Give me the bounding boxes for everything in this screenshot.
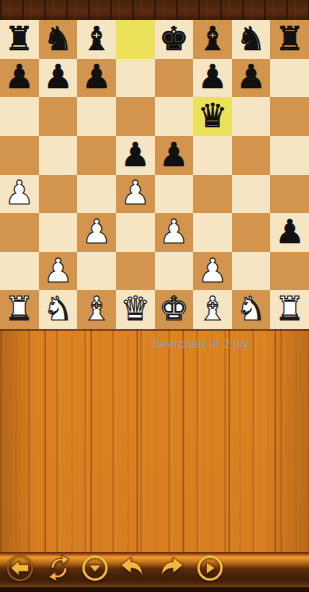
square-f5[interactable] bbox=[193, 136, 232, 175]
square-c6[interactable] bbox=[77, 97, 116, 136]
square-c3[interactable]: ♟ bbox=[77, 213, 116, 252]
square-e1[interactable]: ♚ bbox=[155, 290, 194, 329]
square-g6[interactable] bbox=[232, 97, 271, 136]
square-b5[interactable] bbox=[39, 136, 78, 175]
circle-down-arrow-icon bbox=[81, 554, 109, 582]
black-pawn: ♟ bbox=[82, 60, 112, 93]
square-e4[interactable] bbox=[155, 175, 194, 214]
square-d8[interactable] bbox=[116, 20, 155, 59]
square-c2[interactable] bbox=[77, 252, 116, 291]
square-g3[interactable] bbox=[232, 213, 271, 252]
chess-app-screen: ♜♞♝♚♝♞♜♟♟♟♟♟♛♟♟♟♟♟♟♟♟♟♜♞♝♛♚♝♞♜ Searched … bbox=[0, 0, 309, 592]
square-a7[interactable]: ♟ bbox=[0, 59, 39, 98]
square-g2[interactable] bbox=[232, 252, 271, 291]
black-pawn: ♟ bbox=[159, 138, 189, 171]
square-g4[interactable] bbox=[232, 175, 271, 214]
square-d6[interactable] bbox=[116, 97, 155, 136]
square-g5[interactable] bbox=[232, 136, 271, 175]
square-e7[interactable] bbox=[155, 59, 194, 98]
square-a4[interactable]: ♟ bbox=[0, 175, 39, 214]
square-a2[interactable] bbox=[0, 252, 39, 291]
square-b4[interactable] bbox=[39, 175, 78, 214]
black-pawn: ♟ bbox=[120, 138, 150, 171]
black-bishop: ♝ bbox=[198, 22, 228, 55]
square-g1[interactable]: ♞ bbox=[232, 290, 271, 329]
square-h7[interactable] bbox=[270, 59, 309, 98]
white-king: ♚ bbox=[159, 292, 189, 325]
white-pawn: ♟ bbox=[43, 254, 73, 287]
square-b8[interactable]: ♞ bbox=[39, 20, 78, 59]
white-bishop: ♝ bbox=[198, 292, 228, 325]
square-e3[interactable]: ♟ bbox=[155, 213, 194, 252]
square-b2[interactable]: ♟ bbox=[39, 252, 78, 291]
square-f8[interactable]: ♝ bbox=[193, 20, 232, 59]
square-b1[interactable]: ♞ bbox=[39, 290, 78, 329]
square-f1[interactable]: ♝ bbox=[193, 290, 232, 329]
square-d1[interactable]: ♛ bbox=[116, 290, 155, 329]
play-button[interactable] bbox=[196, 554, 224, 582]
square-b3[interactable] bbox=[39, 213, 78, 252]
undo-arrow-icon bbox=[118, 554, 146, 582]
square-h4[interactable] bbox=[270, 175, 309, 214]
square-h1[interactable]: ♜ bbox=[270, 290, 309, 329]
square-h8[interactable]: ♜ bbox=[270, 20, 309, 59]
square-a5[interactable] bbox=[0, 136, 39, 175]
square-a1[interactable]: ♜ bbox=[0, 290, 39, 329]
square-h2[interactable] bbox=[270, 252, 309, 291]
square-f7[interactable]: ♟ bbox=[193, 59, 232, 98]
square-h6[interactable] bbox=[270, 97, 309, 136]
square-a8[interactable]: ♜ bbox=[0, 20, 39, 59]
white-bishop: ♝ bbox=[82, 292, 112, 325]
move-list-down-button[interactable] bbox=[81, 554, 109, 582]
square-f2[interactable]: ♟ bbox=[193, 252, 232, 291]
white-pawn: ♟ bbox=[159, 215, 189, 248]
black-knight: ♞ bbox=[43, 22, 73, 55]
square-d4[interactable]: ♟ bbox=[116, 175, 155, 214]
square-f4[interactable] bbox=[193, 175, 232, 214]
undo-move-button[interactable] bbox=[118, 554, 146, 582]
square-g7[interactable]: ♟ bbox=[232, 59, 271, 98]
flip-board-button[interactable] bbox=[45, 554, 73, 582]
white-pawn: ♟ bbox=[5, 176, 35, 209]
back-button[interactable] bbox=[6, 554, 34, 582]
white-knight: ♞ bbox=[236, 292, 266, 325]
square-e2[interactable] bbox=[155, 252, 194, 291]
square-e8[interactable]: ♚ bbox=[155, 20, 194, 59]
black-pawn: ♟ bbox=[43, 60, 73, 93]
engine-status-text: Searched at 2 ply bbox=[152, 337, 249, 351]
black-king: ♚ bbox=[159, 22, 189, 55]
black-pawn: ♟ bbox=[236, 60, 266, 93]
square-d3[interactable] bbox=[116, 213, 155, 252]
square-e5[interactable]: ♟ bbox=[155, 136, 194, 175]
black-bishop: ♝ bbox=[82, 22, 112, 55]
black-pawn: ♟ bbox=[275, 215, 305, 248]
square-f6[interactable]: ♛ bbox=[193, 97, 232, 136]
back-arrow-icon bbox=[6, 554, 34, 582]
white-pawn: ♟ bbox=[120, 176, 150, 209]
bottom-wood-strip bbox=[0, 587, 309, 592]
square-e6[interactable] bbox=[155, 97, 194, 136]
square-c7[interactable]: ♟ bbox=[77, 59, 116, 98]
redo-arrow-icon bbox=[158, 554, 186, 582]
white-rook: ♜ bbox=[275, 292, 305, 325]
square-d5[interactable]: ♟ bbox=[116, 136, 155, 175]
swap-arrows-icon bbox=[45, 554, 73, 582]
white-queen: ♛ bbox=[120, 292, 150, 325]
play-circle-icon bbox=[196, 554, 224, 582]
black-knight: ♞ bbox=[236, 22, 266, 55]
square-c4[interactable] bbox=[77, 175, 116, 214]
square-h3[interactable]: ♟ bbox=[270, 213, 309, 252]
square-c1[interactable]: ♝ bbox=[77, 290, 116, 329]
square-b6[interactable] bbox=[39, 97, 78, 136]
white-pawn: ♟ bbox=[82, 215, 112, 248]
square-d2[interactable] bbox=[116, 252, 155, 291]
black-pawn: ♟ bbox=[198, 60, 228, 93]
white-rook: ♜ bbox=[5, 292, 35, 325]
black-queen: ♛ bbox=[198, 99, 228, 132]
square-a3[interactable] bbox=[0, 213, 39, 252]
top-wood-strip bbox=[0, 0, 309, 20]
white-knight: ♞ bbox=[43, 292, 73, 325]
square-f3[interactable] bbox=[193, 213, 232, 252]
square-a6[interactable] bbox=[0, 97, 39, 136]
square-b7[interactable]: ♟ bbox=[39, 59, 78, 98]
black-rook: ♜ bbox=[5, 22, 35, 55]
square-d7[interactable] bbox=[116, 59, 155, 98]
white-pawn: ♟ bbox=[198, 254, 228, 287]
chess-board: ♜♞♝♚♝♞♜♟♟♟♟♟♛♟♟♟♟♟♟♟♟♟♜♞♝♛♚♝♞♜ bbox=[0, 20, 309, 331]
square-c5[interactable] bbox=[77, 136, 116, 175]
square-h5[interactable] bbox=[270, 136, 309, 175]
redo-move-button[interactable] bbox=[158, 554, 186, 582]
square-c8[interactable]: ♝ bbox=[77, 20, 116, 59]
black-rook: ♜ bbox=[275, 22, 305, 55]
black-pawn: ♟ bbox=[5, 60, 35, 93]
square-g8[interactable]: ♞ bbox=[232, 20, 271, 59]
